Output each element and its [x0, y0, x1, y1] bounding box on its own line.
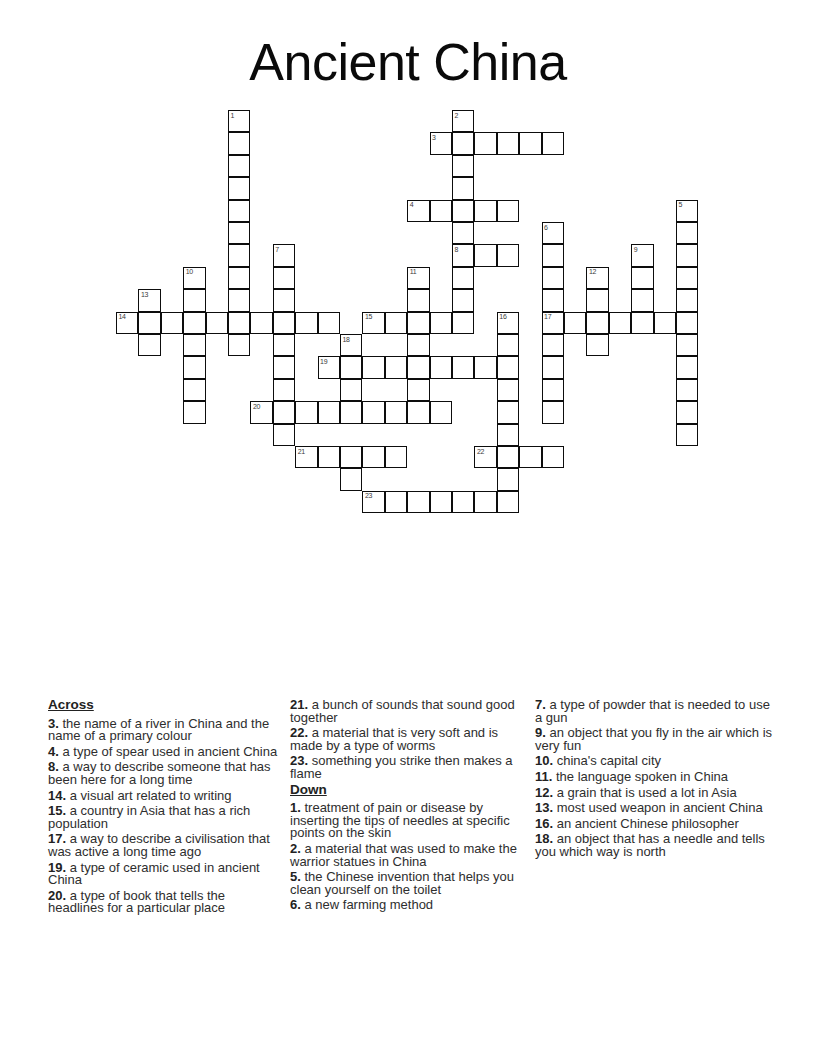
grid-cell [452, 289, 474, 311]
clue-number: 3. [48, 716, 62, 731]
grid-cell: 10 [183, 267, 205, 289]
grid-cell: 1 [228, 110, 250, 132]
clue-number-label: 12 [589, 268, 596, 276]
grid-cell [452, 200, 474, 222]
grid-cell: 9 [631, 244, 653, 266]
grid-cell [273, 379, 295, 401]
grid-cell [497, 334, 519, 356]
grid-cell [273, 356, 295, 378]
grid-cell [407, 312, 429, 334]
across-clue-8: 8. a way to describe someone that has be… [48, 761, 283, 786]
grid-cell [564, 312, 586, 334]
grid-cell [676, 244, 698, 266]
grid-cell [542, 132, 564, 154]
grid-cell [497, 244, 519, 266]
clue-number: 18. [535, 831, 557, 846]
grid-cell [542, 379, 564, 401]
clue-column-3: 7. a type of powder that is needed to us… [535, 699, 775, 862]
clue-number: 13. [535, 800, 557, 815]
clue-number: 22. [290, 725, 312, 740]
clue-number-label: 8 [455, 246, 459, 254]
grid-cell [183, 356, 205, 378]
grid-cell [519, 132, 541, 154]
clue-number: 8. [48, 759, 62, 774]
grid-cell [340, 401, 362, 423]
grid-cell [385, 356, 407, 378]
grid-cell [228, 312, 250, 334]
clue-number-label: 9 [634, 246, 638, 254]
down-clue-16: 16. an ancient Chinese philosopher [535, 818, 775, 831]
clue-number: 20. [48, 888, 70, 903]
clue-number-label: 1 [231, 112, 235, 120]
grid-cell [407, 491, 429, 513]
clue-number: 7. [535, 697, 549, 712]
down-clue-10: 10. china's capital city [535, 755, 775, 768]
grid-cell [586, 312, 608, 334]
clue-number-label: 23 [365, 492, 372, 500]
across-clue-4: 4. a type of spear used in ancient China [48, 746, 283, 759]
grid-cell [519, 446, 541, 468]
grid-cell [407, 334, 429, 356]
clue-number: 1. [290, 800, 304, 815]
grid-cell: 15 [362, 312, 384, 334]
grid-cell [228, 155, 250, 177]
grid-cell: 22 [474, 446, 496, 468]
grid-cell [497, 200, 519, 222]
grid-cell [497, 468, 519, 490]
grid-cell [474, 244, 496, 266]
down-clue-9: 9. an object that you fly in the air whi… [535, 727, 775, 752]
clue-number: 5. [290, 869, 304, 884]
across-heading: Across [48, 699, 283, 712]
grid-cell [407, 401, 429, 423]
grid-cell [385, 446, 407, 468]
grid-cell [250, 312, 272, 334]
clue-number-label: 10 [186, 268, 193, 276]
grid-cell [542, 244, 564, 266]
grid-cell [474, 200, 496, 222]
grid-cell [318, 401, 340, 423]
across-clue-21: 21. a bunch of sounds that sound good to… [290, 699, 528, 724]
grid-cell [631, 267, 653, 289]
grid-cell: 19 [318, 356, 340, 378]
across-clue-14: 14. a visual art related to writing [48, 790, 283, 803]
across-clue-22: 22. a material that is very soft and is … [290, 727, 528, 752]
grid-cell [474, 132, 496, 154]
grid-cell [452, 222, 474, 244]
clue-number: 19. [48, 860, 70, 875]
grid-cell [362, 446, 384, 468]
grid-cell [676, 356, 698, 378]
down-clue-11: 11. the language spoken in China [535, 771, 775, 784]
grid-cell [273, 424, 295, 446]
grid-cell [340, 379, 362, 401]
grid-cell [497, 379, 519, 401]
clue-number: 14. [48, 788, 70, 803]
grid-cell [161, 312, 183, 334]
grid-cell [452, 155, 474, 177]
grid-cell [586, 289, 608, 311]
grid-cell: 8 [452, 244, 474, 266]
grid-cell [497, 132, 519, 154]
grid-cell: 3 [430, 132, 452, 154]
clue-number: 23. [290, 753, 312, 768]
clue-number: 16. [535, 816, 557, 831]
grid-cell [273, 267, 295, 289]
grid-cell [676, 289, 698, 311]
clue-number-label: 7 [275, 246, 279, 254]
grid-cell [542, 267, 564, 289]
grid-cell [631, 312, 653, 334]
clue-number-label: 13 [141, 291, 148, 299]
clue-number-label: 14 [119, 313, 126, 321]
grid-cell: 5 [676, 200, 698, 222]
grid-cell [318, 312, 340, 334]
down-clue-1: 1. treatment of pain or disease by inser… [290, 802, 528, 840]
grid-cell: 16 [497, 312, 519, 334]
grid-cell [452, 177, 474, 199]
grid-cell [228, 177, 250, 199]
grid-cell: 18 [340, 334, 362, 356]
grid-cell [340, 468, 362, 490]
down-clue-2: 2. a material that was used to make the … [290, 843, 528, 868]
grid-cell [542, 356, 564, 378]
grid-cell: 11 [407, 267, 429, 289]
grid-cell [228, 244, 250, 266]
grid-cell [385, 491, 407, 513]
grid-cell [138, 334, 160, 356]
down-heading: Down [290, 784, 528, 797]
grid-cell [542, 334, 564, 356]
grid-cell [228, 222, 250, 244]
grid-cell: 7 [273, 244, 295, 266]
clue-number-label: 6 [544, 224, 548, 232]
grid-cell [206, 312, 228, 334]
grid-cell: 23 [362, 491, 384, 513]
grid-cell [609, 312, 631, 334]
across-clue-20: 20. a type of book that tells the headli… [48, 890, 283, 915]
clue-number-label: 18 [343, 336, 350, 344]
clue-number: 21. [290, 697, 312, 712]
clue-number: 11. [535, 769, 556, 784]
grid-cell [228, 289, 250, 311]
clue-number-label: 22 [477, 448, 484, 456]
grid-cell [407, 356, 429, 378]
clue-number-label: 15 [365, 313, 372, 321]
grid-cell [497, 356, 519, 378]
grid-cell [676, 424, 698, 446]
grid-cell [430, 401, 452, 423]
grid-cell: 2 [452, 110, 474, 132]
grid-cell [474, 491, 496, 513]
down-clue-12: 12. a grain that is used a lot in Asia [535, 787, 775, 800]
clue-number-label: 17 [544, 313, 551, 321]
grid-cell [497, 446, 519, 468]
grid-cell [452, 312, 474, 334]
grid-cell [340, 446, 362, 468]
grid-cell [676, 222, 698, 244]
across-clue-15: 15. a country in Asia that has a rich po… [48, 805, 283, 830]
grid-cell [654, 312, 676, 334]
grid-cell [183, 289, 205, 311]
grid-cell: 4 [407, 200, 429, 222]
grid-cell: 6 [542, 222, 564, 244]
grid-cell [430, 200, 452, 222]
grid-cell: 12 [586, 267, 608, 289]
down-clue-18: 18. an object that has a needle and tell… [535, 833, 775, 858]
grid-cell [273, 289, 295, 311]
clue-number-label: 3 [432, 134, 436, 142]
grid-cell [676, 334, 698, 356]
grid-cell: 14 [116, 312, 138, 334]
grid-cell [497, 491, 519, 513]
clue-number-label: 2 [455, 112, 459, 120]
clue-number-label: 20 [253, 403, 260, 411]
clue-number: 15. [48, 803, 70, 818]
page-title: Ancient China [0, 32, 816, 92]
down-clue-6: 6. a new farming method [290, 899, 528, 912]
clue-number: 17. [48, 831, 70, 846]
grid-cell [228, 200, 250, 222]
grid-cell [138, 312, 160, 334]
clue-number: 9. [535, 725, 549, 740]
clue-number-label: 21 [298, 448, 305, 456]
grid-cell [362, 356, 384, 378]
grid-cell [586, 334, 608, 356]
grid-cell [273, 401, 295, 423]
grid-cell [228, 132, 250, 154]
grid-cell [295, 312, 317, 334]
grid-cell: 21 [295, 446, 317, 468]
across-clue-23: 23. something you strike then makes a fl… [290, 755, 528, 780]
clue-number: 10. [535, 753, 557, 768]
grid-cell: 17 [542, 312, 564, 334]
grid-cell [542, 401, 564, 423]
clue-number-label: 5 [679, 201, 683, 209]
grid-cell [497, 424, 519, 446]
grid-cell: 20 [250, 401, 272, 423]
grid-cell [407, 289, 429, 311]
grid-cell [676, 312, 698, 334]
grid-cell [362, 401, 384, 423]
grid-cell [676, 379, 698, 401]
clue-number: 4. [48, 744, 62, 759]
across-clue-3: 3. the name of a river in China and the … [48, 718, 283, 743]
grid-cell [183, 401, 205, 423]
across-clue-17: 17. a way to describe a civilisation tha… [48, 833, 283, 858]
grid-cell [430, 491, 452, 513]
grid-cell [228, 267, 250, 289]
grid-cell [228, 334, 250, 356]
clue-column-1: Across3. the name of a river in China an… [48, 699, 283, 918]
grid-cell [452, 132, 474, 154]
grid-cell [497, 401, 519, 423]
grid-cell [430, 356, 452, 378]
clue-number-label: 11 [410, 268, 417, 276]
grid-cell [676, 267, 698, 289]
grid-cell: 13 [138, 289, 160, 311]
grid-cell [340, 356, 362, 378]
down-clue-5: 5. the Chinese invention that helps you … [290, 871, 528, 896]
grid-cell [631, 289, 653, 311]
across-clue-19: 19. a type of ceramic used in ancient Ch… [48, 862, 283, 887]
grid-cell [474, 356, 496, 378]
grid-cell [452, 491, 474, 513]
clue-number-label: 19 [320, 358, 327, 366]
clue-number: 6. [290, 897, 304, 912]
grid-cell [452, 267, 474, 289]
grid-cell [183, 334, 205, 356]
clue-number-label: 4 [410, 201, 414, 209]
grid-cell [183, 312, 205, 334]
grid-cell [430, 312, 452, 334]
grid-cell [273, 334, 295, 356]
grid-cell [318, 446, 340, 468]
grid-cell [273, 312, 295, 334]
clue-number: 2. [290, 841, 304, 856]
grid-cell [542, 446, 564, 468]
grid-cell [452, 356, 474, 378]
down-clue-7: 7. a type of powder that is needed to us… [535, 699, 775, 724]
grid-cell [542, 289, 564, 311]
crossword-grid: 1234567891011121314151617181920212223 [116, 110, 699, 514]
down-clue-13: 13. most used weapon in ancient China [535, 802, 775, 815]
grid-cell [385, 312, 407, 334]
grid-cell [676, 401, 698, 423]
grid-cell [295, 401, 317, 423]
clue-column-2: 21. a bunch of sounds that sound good to… [290, 699, 528, 915]
clue-number: 12. [535, 785, 557, 800]
clue-number-label: 16 [499, 313, 506, 321]
grid-cell [407, 379, 429, 401]
grid-cell [183, 379, 205, 401]
grid-cell [385, 401, 407, 423]
